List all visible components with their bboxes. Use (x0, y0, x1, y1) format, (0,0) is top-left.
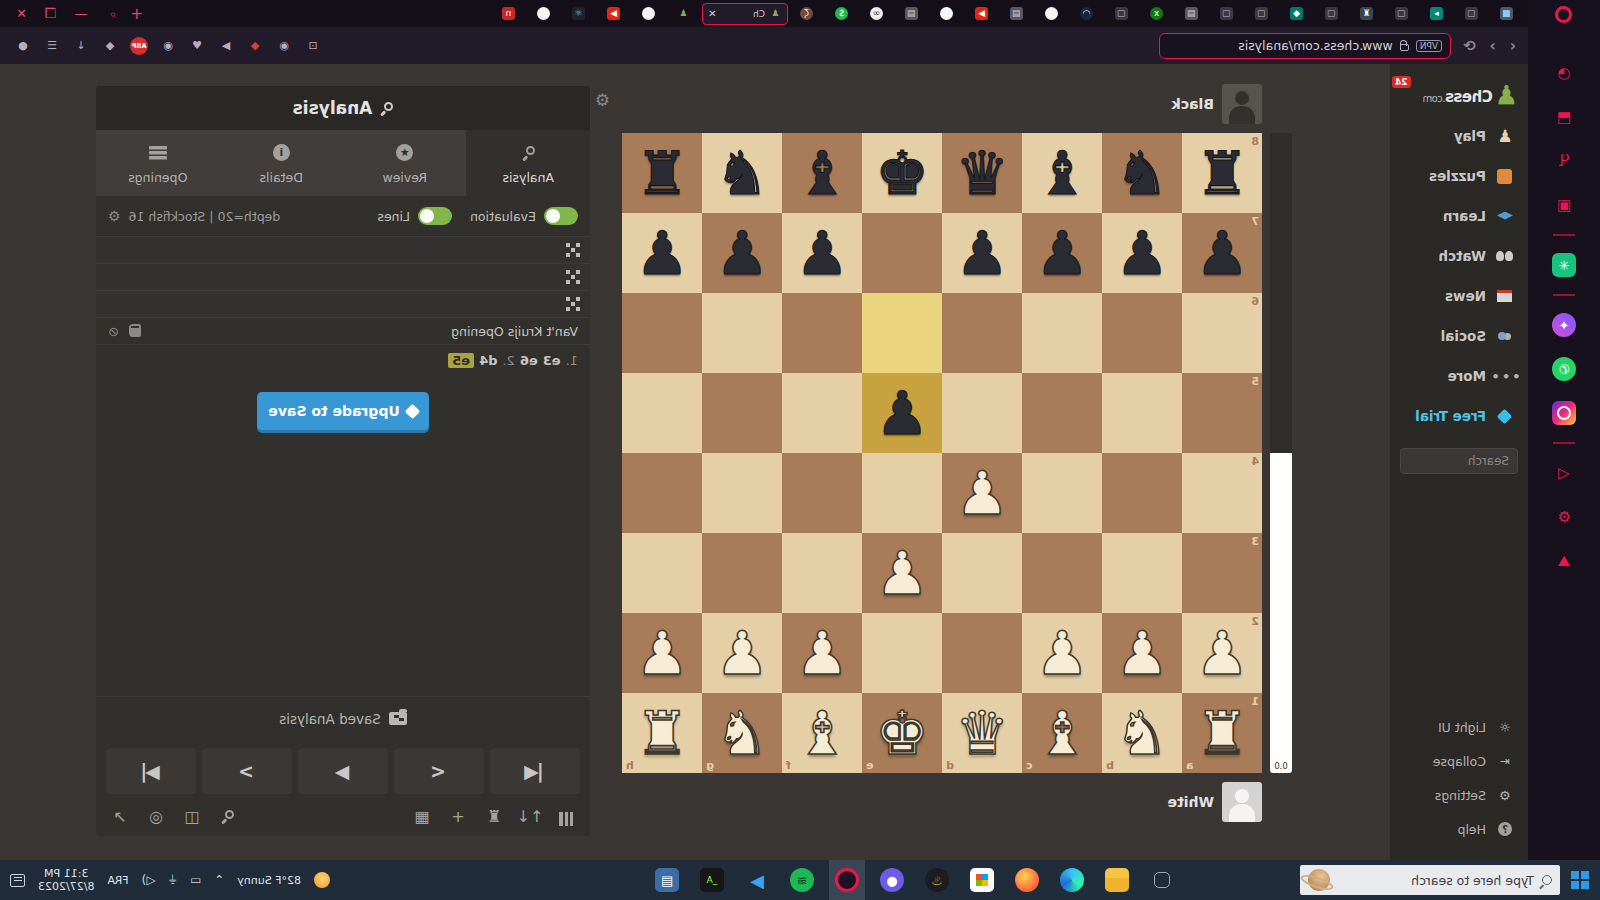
square-f4[interactable] (782, 453, 862, 533)
square-d4[interactable]: ♟ (942, 453, 1022, 533)
square-f8[interactable]: ♝ (782, 133, 862, 213)
settings-gear-icon[interactable]: ⚙ (1551, 504, 1577, 530)
library-icon[interactable]: ◫ (182, 806, 202, 826)
chesscom-logo-text: Chess.com (1423, 88, 1493, 106)
square-f5[interactable] (782, 373, 862, 453)
hide-opening-icon[interactable]: ⊘ (108, 324, 119, 339)
sidebar-item-collapse[interactable]: ⇤Collapse (1390, 744, 1528, 778)
pawn-favicon: ♟ (769, 7, 782, 20)
browser-tab[interactable]: ∞ (860, 3, 893, 25)
chesscom-logo[interactable]: ♟ Chess.com 24 (1390, 74, 1528, 116)
square-f1[interactable]: f♝ (782, 693, 862, 773)
tab-analysis[interactable]: Analysis (467, 130, 591, 196)
browser-tab[interactable] (527, 3, 560, 25)
maximize-button[interactable]: ❐ (45, 6, 57, 21)
player-icon[interactable]: ◁ (1551, 460, 1577, 486)
url-text: www.chess.com/analysis (1238, 38, 1393, 53)
taskbar-app-opera-gx-active[interactable] (829, 860, 865, 900)
browser-tab-strip: ■▢▸▢♜▢◆▢▢▤x▢◠▤▶▤∞$ζ♟Ch✕♟▶⚛n + ⌕ — ❐ ✕ (0, 0, 1528, 27)
gray-favicon: ▤ (1010, 7, 1023, 20)
snapshot-icon[interactable]: ⛰ (1551, 548, 1577, 574)
browser-tab[interactable]: ♜ (1350, 3, 1383, 25)
square-e7[interactable] (862, 213, 942, 293)
square-c3[interactable] (1022, 533, 1102, 613)
evaluation-bar-black (1270, 133, 1292, 453)
basket-icon[interactable]: ⬒ (1551, 104, 1577, 130)
yt-favicon: ▶ (975, 7, 988, 20)
instagram-icon[interactable] (1551, 400, 1577, 426)
white-pawn-e3[interactable]: ♟ (862, 533, 942, 613)
white-avatar[interactable] (1222, 782, 1262, 822)
camera-extension-icon[interactable]: ◉ (275, 37, 293, 55)
windows-taskbar: Type here to search ♨●≋▶_A▤ 82°F Sunny ⌃… (0, 860, 1600, 900)
move-e3[interactable]: e3 (543, 353, 561, 368)
square-a6[interactable]: 6 (1182, 293, 1262, 373)
diamond-icon (1494, 405, 1516, 427)
engine-line-2[interactable] (96, 264, 590, 291)
browser-tab[interactable]: ▢ (1210, 3, 1243, 25)
browser-tab[interactable]: ⚛ (562, 3, 595, 25)
taskbar-search-box[interactable]: Type here to search (1300, 865, 1560, 895)
square-e1[interactable]: e♚ (862, 693, 942, 773)
info-circle-icon: i (273, 142, 290, 164)
rank-label-5: 5 (1251, 375, 1259, 388)
white-bishop-f1[interactable]: ♝ (782, 693, 862, 773)
black-queen-d8[interactable]: ♛ (942, 133, 1022, 213)
square-h3[interactable] (622, 533, 702, 613)
taskbar-app-taskview[interactable] (1144, 860, 1180, 900)
engine-settings-row: Evaluation Lines depth=20 | Stockfish 16… (96, 196, 590, 237)
browser-tab[interactable]: x (1140, 3, 1173, 25)
sidebar-item-more[interactable]: •••More (1390, 356, 1528, 396)
board-settings-gear-icon[interactable]: ⚙ (595, 90, 610, 110)
square-c1[interactable]: c♝ (1022, 693, 1102, 773)
opening-name[interactable]: Van't Kruijs Opening (451, 324, 578, 339)
square-b6[interactable] (1102, 293, 1182, 373)
sidebar-item-learn[interactable]: Learn (1390, 196, 1528, 236)
taskbar-tray: 82°F Sunny ⌃ ▭ ⏚ ◁) FRA 3:11 PM 8/27/202… (0, 867, 330, 893)
reload-button[interactable]: ⟳ (1463, 37, 1476, 55)
taskbar-app-edge[interactable] (1054, 860, 1090, 900)
white-queen-d1[interactable]: ♛ (942, 693, 1022, 773)
jump-end-button[interactable]: ▶| (106, 748, 196, 794)
black-bishop-f8[interactable]: ♝ (782, 133, 862, 213)
square-h4[interactable] (622, 453, 702, 533)
black-pawn-g7[interactable]: ♟ (702, 213, 782, 293)
square-g5[interactable] (702, 373, 782, 453)
browser-tab[interactable]: ▢ (1105, 3, 1138, 25)
white-pawn-b2[interactable]: ♟ (1102, 613, 1182, 693)
square-g8[interactable]: ♞ (702, 133, 782, 213)
square-a4[interactable]: 4 (1182, 453, 1262, 533)
tabs-container: ■▢▸▢♜▢◆▢▢▤x▢◠▤▶▤∞$ζ♟Ch✕♟▶⚛n (151, 0, 1528, 27)
browser-tab[interactable]: ζ (790, 3, 823, 25)
square-f3[interactable] (782, 533, 862, 613)
square-f6[interactable] (782, 293, 862, 373)
black-knight-b8[interactable]: ♞ (1102, 133, 1182, 213)
language-indicator[interactable]: FRA (107, 874, 128, 887)
square-a5[interactable]: 5 (1182, 373, 1262, 453)
browser-tab[interactable]: n (492, 3, 525, 25)
gh-favicon (537, 7, 550, 20)
mic-icon[interactable]: ⏚ (168, 873, 177, 887)
taskbar-app-dark-gold[interactable]: ♨ (919, 860, 955, 900)
square-g2[interactable]: ♟ (702, 613, 782, 693)
browser-tab[interactable]: ▤ (1175, 3, 1208, 25)
back-button[interactable]: < (394, 748, 484, 794)
new-tab-button[interactable]: + (122, 5, 151, 23)
evaluation-bar-white: 0.0 (1270, 453, 1292, 773)
square-a3[interactable]: 3 (1182, 533, 1262, 613)
expand-line-icon[interactable] (566, 243, 580, 257)
expand-line-icon[interactable] (566, 297, 580, 311)
square-b4[interactable] (1102, 453, 1182, 533)
black-pawn-b7[interactable]: ♟ (1102, 213, 1182, 293)
chess-board[interactable]: 8♜♞♝♛♚♝♞♜7♟♟♟♟♟♟♟65♟4♟3♟2♟♟♟♟♟♟1a♜b♞c♝d♛… (622, 133, 1262, 773)
chatgpt-icon[interactable]: ✳ (1551, 252, 1577, 278)
binoculars-icon (1494, 245, 1516, 267)
weather-sun-icon (314, 872, 330, 888)
black-rook-h8[interactable]: ♜ (622, 133, 702, 213)
black-pawn-f7[interactable]: ♟ (782, 213, 862, 293)
notification-badge: 24 (1392, 76, 1411, 88)
browser-tab[interactable]: ▢ (1315, 3, 1348, 25)
forward-button[interactable]: > (202, 748, 292, 794)
sidebar-item-settings[interactable]: ⚙Settings (1390, 778, 1528, 812)
grad-cap-icon (1494, 205, 1516, 227)
square-b5[interactable] (1102, 373, 1182, 453)
add-icon[interactable]: + (448, 806, 468, 826)
browser-tab[interactable]: ▢ (1245, 3, 1278, 25)
search-icon (1542, 875, 1552, 885)
black-pawn-h7[interactable]: ♟ (622, 213, 702, 293)
square-d8[interactable]: ♛ (942, 133, 1022, 213)
browser-tab[interactable]: ◆ (1280, 3, 1313, 25)
white-king-e1[interactable]: ♚ (862, 693, 942, 773)
action-center-icon[interactable] (10, 874, 25, 887)
square-e2[interactable] (862, 613, 942, 693)
square-c4[interactable] (1022, 453, 1102, 533)
saturn-image[interactable] (1308, 869, 1330, 891)
square-g7[interactable]: ♟ (702, 213, 782, 293)
send-extension-icon[interactable]: ▶ (217, 37, 235, 55)
whatsapp-icon[interactable]: ✆ (1551, 356, 1577, 382)
focus-icon[interactable]: ◎ (146, 806, 166, 826)
heart-extension-icon[interactable]: ♥ (188, 37, 206, 55)
browser-tab[interactable] (930, 3, 963, 25)
move-d4[interactable]: d4 (479, 353, 497, 368)
pawn-favicon: ♟ (677, 7, 690, 20)
black-bishop-c8[interactable]: ♝ (1022, 133, 1102, 213)
start-button[interactable] (1560, 860, 1600, 900)
square-c2[interactable]: ♟ (1022, 613, 1102, 693)
pieces-icon[interactable]: ♜ (484, 806, 504, 826)
square-a8[interactable]: 8♜ (1182, 133, 1262, 213)
taskbar-clock[interactable]: 3:11 PM 8/27/2023 (38, 867, 94, 893)
square-e8[interactable]: ♚ (862, 133, 942, 213)
sidebar-item-play[interactable]: ♟Play (1390, 116, 1528, 156)
browser-tab[interactable]: ♟ (667, 3, 700, 25)
square-d5[interactable] (942, 373, 1022, 453)
square-b1[interactable]: b♞ (1102, 693, 1182, 773)
abp-extension-icon[interactable]: ABP (130, 37, 148, 55)
speed-dial-icon[interactable]: ◔ (1551, 60, 1577, 86)
engine-line-1[interactable] (96, 237, 590, 264)
divider (1553, 234, 1575, 236)
messenger-icon[interactable]: ✦ (1551, 312, 1577, 338)
taskbar-app-firefox[interactable] (1009, 860, 1045, 900)
sidebar-item-help[interactable]: ?Help (1390, 812, 1528, 846)
doc-favicon: ▢ (1255, 7, 1268, 20)
browser-tab[interactable]: ▤ (895, 3, 928, 25)
books-icon (149, 142, 167, 164)
tray-expand-icon[interactable]: ⌃ (214, 873, 224, 887)
browser-tab[interactable]: ▸ (1420, 3, 1453, 25)
evaluation-value: 0.0 (1270, 761, 1292, 771)
notion-favicon: n (502, 7, 515, 20)
upgrade-to-save-button[interactable]: Upgrade to Save (257, 392, 429, 430)
move-e6[interactable]: e6 (520, 353, 538, 368)
white-pawn-a2[interactable]: ♟ (1182, 613, 1262, 693)
square-h5[interactable] (622, 373, 702, 453)
tab-search-icon[interactable]: ⌕ (104, 7, 123, 21)
gh-favicon (642, 7, 655, 20)
profile-extension-icon[interactable]: ● (14, 37, 32, 55)
square-h2[interactable]: ♟ (622, 613, 702, 693)
square-d3[interactable] (942, 533, 1022, 613)
black-pawn-d7[interactable]: ♟ (942, 213, 1022, 293)
doc-favicon: ▢ (1325, 7, 1338, 20)
square-c8[interactable]: ♝ (1022, 133, 1102, 213)
jump-start-button[interactable]: |◀ (490, 748, 580, 794)
screenshot-root: ■▢▸▢♜▢◆▢▢▤x▢◠▤▶▤∞$ζ♟Ch✕♟▶⚛n + ⌕ — ❐ ✕ ‹ … (0, 0, 1600, 900)
square-e3[interactable]: ♟ (862, 533, 942, 613)
square-d7[interactable]: ♟ (942, 213, 1022, 293)
sidebar-item-news[interactable]: News (1390, 276, 1528, 316)
square-c5[interactable] (1022, 373, 1102, 453)
square-g4[interactable] (702, 453, 782, 533)
white-pawn-f2[interactable]: ♟ (782, 613, 862, 693)
dots-icon: ••• (1494, 365, 1516, 387)
square-b3[interactable] (1102, 533, 1182, 613)
white-knight-g1[interactable]: ♞ (702, 693, 782, 773)
magnifier-icon (380, 102, 393, 115)
address-bar[interactable]: VPN www.chess.com/analysis (1159, 33, 1451, 59)
black-knight-g8[interactable]: ♞ (702, 133, 782, 213)
square-b2[interactable]: ♟ (1102, 613, 1182, 693)
evaluation-bar: 0.0 (1270, 133, 1292, 773)
back-button[interactable]: ‹ (1510, 37, 1516, 55)
move-navigation: |◀<▶>▶| (96, 740, 590, 802)
white-rook-a1[interactable]: ♜ (1182, 693, 1262, 773)
square-a2[interactable]: 2♟ (1182, 613, 1262, 693)
white-pawn-h2[interactable]: ♟ (622, 613, 702, 693)
player-top-name: Black (1171, 96, 1214, 112)
sidebar-item-social[interactable]: Social (1390, 316, 1528, 356)
square-a7[interactable]: 7♟ (1182, 213, 1262, 293)
engine-gear-icon[interactable]: ⚙ (108, 208, 121, 224)
browser-tab[interactable]: ▶ (965, 3, 998, 25)
white-bishop-c1[interactable]: ♝ (1022, 693, 1102, 773)
sidebar-item-light-ui[interactable]: ☼Light UI (1390, 710, 1528, 744)
sun-icon: ☼ (1494, 716, 1516, 738)
square-d2[interactable] (942, 613, 1022, 693)
engine-status: depth=20 | Stockfish 16 (129, 209, 281, 224)
square-a1[interactable]: 1a♜ (1182, 693, 1262, 773)
saved-analysis-label: Saved Analysis (279, 711, 381, 727)
square-c7[interactable]: ♟ (1022, 213, 1102, 293)
infinity-favicon: ∞ (870, 7, 883, 20)
play-button[interactable]: ▶ (298, 748, 388, 794)
share-icon[interactable]: ↗ (110, 806, 130, 826)
doc-favicon: ▢ (1395, 7, 1408, 20)
vpn-badge[interactable]: VPN (1416, 40, 1442, 52)
twitch-icon[interactable]: Ⴁ (1551, 148, 1577, 174)
window-controls: — ❐ ✕ (0, 6, 104, 21)
shield-extension-icon[interactable]: ◆ (101, 37, 119, 55)
taskbar-app-movies[interactable]: ▶ (739, 860, 775, 900)
taskbar-app-terminal[interactable]: _A (694, 860, 730, 900)
panel-tabs: Analysis★ReviewiDetailsOpenings (96, 130, 590, 196)
browser-tab[interactable] (632, 3, 665, 25)
white-pawn-d4[interactable]: ♟ (942, 453, 1022, 533)
lines-toggle[interactable] (418, 207, 452, 225)
monitor-icon[interactable]: ▭ (190, 873, 201, 887)
taskbar-app-store[interactable] (964, 860, 1000, 900)
opening-book-icon[interactable] (129, 324, 141, 337)
sidebar-item-puzzles[interactable]: Puzzles (1390, 156, 1528, 196)
taskbar-app-folder[interactable] (1099, 860, 1135, 900)
explorer-magnifier-icon[interactable] (218, 806, 238, 826)
square-f2[interactable]: ♟ (782, 613, 862, 693)
board-add-icon[interactable]: ▦ (412, 806, 432, 826)
evaluation-toggle-label: Evaluation (470, 209, 536, 224)
taskbar-app-blue-app[interactable]: ▤ (649, 860, 685, 900)
black-pawn-c7[interactable]: ♟ (1022, 213, 1102, 293)
white-rook-h1[interactable]: ♜ (622, 693, 702, 773)
chart-bars-icon[interactable] (556, 806, 576, 826)
square-d6[interactable] (942, 293, 1022, 373)
tab-details[interactable]: iDetails (220, 130, 344, 196)
square-e5[interactable]: ♟ (862, 373, 942, 453)
gh-favicon (940, 7, 953, 20)
browser-tab[interactable]: ◠ (1070, 3, 1103, 25)
black-pawn-a7[interactable]: ♟ (1182, 213, 1262, 293)
square-d1[interactable]: d♛ (942, 693, 1022, 773)
browser-toolbar: ‹ › ⟳ VPN www.chess.com/analysis ⊡◉◆▶♥◉A… (0, 27, 1528, 64)
browser-tab[interactable]: ■ (1490, 3, 1523, 25)
taskbar-app-spotify[interactable]: ≋ (784, 860, 820, 900)
eye-extension-icon[interactable]: ◉ (159, 37, 177, 55)
square-c6[interactable] (1022, 293, 1102, 373)
taskbar-app-bird[interactable]: ● (874, 860, 910, 900)
panel-header: Analysis (96, 86, 590, 130)
square-f7[interactable]: ♟ (782, 213, 862, 293)
weather-text[interactable]: 82°F Sunny (237, 874, 301, 887)
evaluation-toggle[interactable] (544, 207, 578, 225)
expand-line-icon[interactable] (566, 270, 580, 284)
forward-button[interactable]: › (1490, 37, 1496, 55)
panel-footer-icons: ↑↓♜+▦ ◫◎↗ (96, 802, 590, 836)
square-h7[interactable]: ♟ (622, 213, 702, 293)
time: 3:11 PM (44, 867, 88, 880)
close-button[interactable]: ✕ (16, 6, 27, 21)
square-h6[interactable] (622, 293, 702, 373)
sidebar-item-watch[interactable]: Watch (1390, 236, 1528, 276)
opera-logo-icon[interactable] (1556, 6, 1573, 23)
browser-tab[interactable] (1035, 3, 1068, 25)
square-h1[interactable]: h♜ (622, 693, 702, 773)
browser-tab[interactable]: ▢ (1385, 3, 1418, 25)
sidebar-search-input[interactable]: Search (1400, 448, 1518, 474)
black-king-e8[interactable]: ♚ (862, 133, 942, 213)
engine-line-3[interactable] (96, 291, 590, 318)
black-rook-a8[interactable]: ♜ (1182, 133, 1262, 213)
saved-analysis-folder-icon (389, 712, 407, 725)
white-pawn-c2[interactable]: ♟ (1022, 613, 1102, 693)
xbox-favicon: x (1150, 7, 1163, 20)
square-g3[interactable] (702, 533, 782, 613)
crop-extension-icon[interactable]: ⊡ (304, 37, 322, 55)
white-pawn-g2[interactable]: ♟ (702, 613, 782, 693)
black-pawn-e5[interactable]: ♟ (862, 373, 942, 453)
browser-tab[interactable]: $ (825, 3, 858, 25)
browser-tab[interactable]: ▶ (597, 3, 630, 25)
square-e6[interactable] (862, 293, 942, 373)
tab-openings[interactable]: Openings (96, 130, 220, 196)
volume-icon[interactable]: ◁) (141, 873, 155, 887)
gh-favicon (1045, 7, 1058, 20)
doc-favicon: ▢ (1220, 7, 1233, 20)
dollar-favicon: $ (835, 7, 848, 20)
teal-favicon: ◆ (1290, 7, 1303, 20)
tab-review[interactable]: ★Review (343, 130, 467, 196)
collapse-icon: ⇤ (1494, 750, 1516, 772)
chip-icon[interactable]: ▣ (1551, 192, 1577, 218)
active-tab-chesscom[interactable]: ♟Ch✕ (702, 3, 788, 25)
player-top: Black (1171, 84, 1262, 124)
menu-extension-icon[interactable]: ☰ (43, 37, 61, 55)
gray-favicon: ▤ (905, 7, 918, 20)
move-list: 1.e3e62.d4e5 (96, 345, 590, 376)
move-e5[interactable]: e5 (448, 353, 474, 368)
taskbar-search-placeholder: Type here to search (1411, 873, 1534, 888)
browser-tab[interactable]: ▤ (1000, 3, 1033, 25)
star-circle-icon: ★ (396, 142, 413, 164)
white-knight-b1[interactable]: ♞ (1102, 693, 1182, 773)
minimize-button[interactable]: — (75, 6, 88, 21)
square-e4[interactable] (862, 453, 942, 533)
tab-close-icon[interactable]: ✕ (708, 8, 716, 19)
square-g1[interactable]: g♞ (702, 693, 782, 773)
sidebar-item-free-trial[interactable]: Free Trial (1390, 396, 1528, 436)
browser-tab[interactable]: ▢ (1455, 3, 1488, 25)
taskbar-apps: ♨●≋▶_A▤ (649, 860, 1180, 900)
black-avatar[interactable] (1222, 84, 1262, 124)
square-g6[interactable] (702, 293, 782, 373)
shield-red-extension-icon[interactable]: ◆ (246, 37, 264, 55)
square-b7[interactable]: ♟ (1102, 213, 1182, 293)
extension-icons: ⊡◉◆▶♥◉ABP◆↓☰● (0, 37, 322, 55)
square-b8[interactable]: ♞ (1102, 133, 1182, 213)
download-extension-icon[interactable]: ↓ (72, 37, 90, 55)
divider (1553, 294, 1575, 296)
gray-favicon: ▤ (1185, 7, 1198, 20)
flip-board-icon[interactable]: ↑↓ (520, 806, 540, 826)
analysis-panel: Analysis Analysis★ReviewiDetailsOpenings… (96, 86, 590, 836)
saved-analysis-row[interactable]: Saved Analysis (96, 696, 590, 740)
square-h8[interactable]: ♜ (622, 133, 702, 213)
